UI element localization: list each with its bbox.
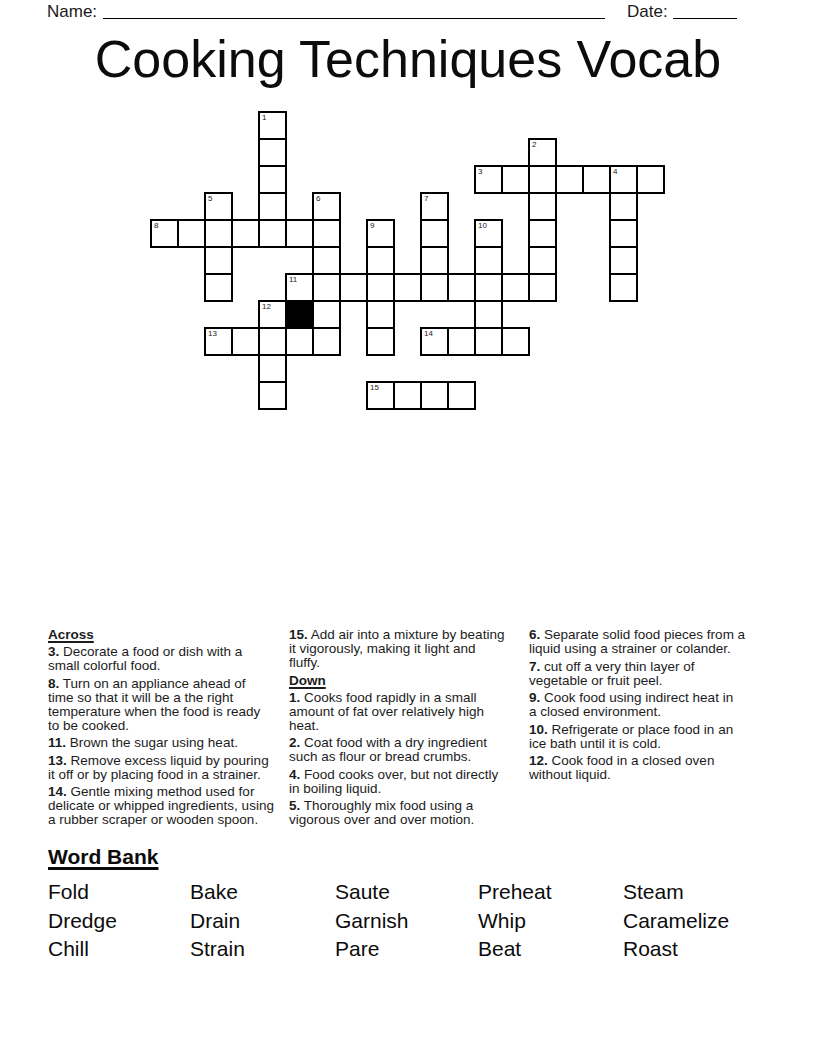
word-bank-word-drain: Drain xyxy=(190,907,335,936)
word-bank-word-preheat: Preheat xyxy=(478,878,623,907)
grid-cell[interactable] xyxy=(258,381,287,410)
grid-cell[interactable] xyxy=(609,219,638,248)
grid-cell[interactable]: 8 xyxy=(150,219,179,248)
clue-10: 10. Refrigerate or place food in an ice … xyxy=(529,723,765,751)
clue-text: Coat food with a dry ingredient such as … xyxy=(289,735,487,764)
clue-6: 6. Separate solid food pieces from a liq… xyxy=(529,628,765,656)
word-bank-word-pare: Pare xyxy=(335,935,478,964)
date-label: Date: xyxy=(627,2,668,22)
word-bank-word-roast: Roast xyxy=(623,935,778,964)
grid-cell[interactable]: 7 xyxy=(420,192,449,221)
clue-text: Cook food in a closed oven without liqui… xyxy=(529,753,714,782)
clue-number-label: 4. xyxy=(289,767,300,782)
cell-number: 15 xyxy=(370,383,379,392)
grid-cell[interactable] xyxy=(258,138,287,167)
grid-cell[interactable] xyxy=(393,381,422,410)
clue-8: 8. Turn on an appliance ahead of time so… xyxy=(48,677,284,733)
clue-9: 9. Cook food using indirect heat in a cl… xyxy=(529,691,765,719)
grid-cell[interactable] xyxy=(528,165,557,194)
worksheet-page: Name: Date: Cooking Techniques Vocab 123… xyxy=(0,0,816,1056)
clue-number-label: 6. xyxy=(529,627,540,642)
word-bank-section: Word Bank FoldBakeSautePreheatSteamDredg… xyxy=(48,845,778,964)
crossword-grid: 123456789101112131415 xyxy=(150,111,665,410)
grid-cell[interactable] xyxy=(636,165,665,194)
cell-number: 4 xyxy=(613,167,617,176)
word-bank-grid: FoldBakeSautePreheatSteamDredgeDrainGarn… xyxy=(48,878,778,964)
word-bank-word-saute: Saute xyxy=(335,878,478,907)
word-bank-word-fold: Fold xyxy=(48,878,190,907)
clue-13: 13. Remove excess liquid by pouring it o… xyxy=(48,754,284,782)
clue-number-label: 10. xyxy=(529,722,548,737)
grid-cell[interactable] xyxy=(501,273,530,302)
grid-cell[interactable] xyxy=(528,246,557,275)
grid-cell[interactable] xyxy=(366,246,395,275)
clue-2: 2. Coat food with a dry ingredient such … xyxy=(289,736,525,764)
clue-text: Thoroughly mix food using a vigorous ove… xyxy=(289,798,474,827)
grid-cell[interactable]: 13 xyxy=(204,327,233,356)
grid-cell[interactable] xyxy=(258,192,287,221)
grid-cell[interactable]: 4 xyxy=(609,165,638,194)
word-bank-word-bake: Bake xyxy=(190,878,335,907)
page-title: Cooking Techniques Vocab xyxy=(0,28,816,90)
down-heading: Down xyxy=(289,674,525,688)
grid-cell[interactable] xyxy=(474,300,503,329)
grid-cell[interactable] xyxy=(366,273,395,302)
grid-cell[interactable] xyxy=(177,219,206,248)
grid-cell[interactable] xyxy=(366,300,395,329)
grid-cell[interactable] xyxy=(420,219,449,248)
grid-cell[interactable] xyxy=(474,327,503,356)
grid-cell[interactable]: 1 xyxy=(258,111,287,140)
word-bank-word-chill: Chill xyxy=(48,935,190,964)
grid-cell[interactable] xyxy=(204,273,233,302)
clue-text: cut off a very thin layer of vegetable o… xyxy=(529,659,695,688)
grid-cell[interactable] xyxy=(447,273,476,302)
word-bank-word-garnish: Garnish xyxy=(335,907,478,936)
clue-text: Decorate a food or dish with a small col… xyxy=(48,644,242,673)
clue-number-label: 8. xyxy=(48,676,59,691)
grid-cell[interactable]: 2 xyxy=(528,138,557,167)
grid-cell[interactable]: 9 xyxy=(366,219,395,248)
grid-cell[interactable] xyxy=(609,192,638,221)
clue-text: Food cooks over, but not directly in boi… xyxy=(289,767,498,796)
grid-cell[interactable]: 15 xyxy=(366,381,395,410)
word-bank-heading: Word Bank xyxy=(48,845,158,868)
word-bank-word-dredge: Dredge xyxy=(48,907,190,936)
clue-text: Gentle mixing method used for delicate o… xyxy=(48,784,274,827)
grid-cell[interactable] xyxy=(528,219,557,248)
grid-cell[interactable]: 5 xyxy=(204,192,233,221)
grid-cell[interactable] xyxy=(609,273,638,302)
grid-cell[interactable] xyxy=(501,165,530,194)
across-heading: Across xyxy=(48,628,284,642)
clue-number-label: 7. xyxy=(529,659,540,674)
clue-3: 3. Decorate a food or dish with a small … xyxy=(48,645,284,673)
cell-number: 6 xyxy=(316,194,320,203)
clue-column-2: 15. Add air into a mixture by beating it… xyxy=(289,628,525,831)
grid-cell[interactable] xyxy=(285,327,314,356)
clue-number-label: 15. xyxy=(289,627,308,642)
clue-14: 14. Gentle mixing method used for delica… xyxy=(48,785,284,827)
clue-number-label: 14. xyxy=(48,784,67,799)
clue-number-label: 3. xyxy=(48,644,59,659)
clue-1: 1. Cooks food rapidly in a small amount … xyxy=(289,691,525,733)
cell-number: 3 xyxy=(478,167,482,176)
clue-5: 5. Thoroughly mix food using a vigorous … xyxy=(289,799,525,827)
name-label: Name: xyxy=(47,2,97,22)
grid-cell[interactable]: 12 xyxy=(258,300,287,329)
cell-number: 8 xyxy=(154,221,158,230)
black-cell xyxy=(285,300,314,329)
clue-text: Cooks food rapidly in a small amount of … xyxy=(289,690,484,733)
clue-text: Remove excess liquid by pouring it off o… xyxy=(48,753,269,782)
clue-number-label: 13. xyxy=(48,753,67,768)
grid-cell[interactable] xyxy=(312,327,341,356)
grid-cell[interactable]: 14 xyxy=(420,327,449,356)
grid-cell[interactable] xyxy=(555,165,584,194)
clue-text: Cook food using indirect heat in a close… xyxy=(529,690,733,719)
clue-12: 12. Cook food in a closed oven without l… xyxy=(529,754,765,782)
grid-cell[interactable] xyxy=(285,219,314,248)
cell-number: 2 xyxy=(532,140,536,149)
clue-number-label: 9. xyxy=(529,690,540,705)
name-input-line[interactable] xyxy=(103,0,605,19)
grid-cell[interactable] xyxy=(258,165,287,194)
grid-cell[interactable] xyxy=(231,327,260,356)
grid-cell[interactable] xyxy=(258,327,287,356)
grid-cell[interactable]: 3 xyxy=(474,165,503,194)
clue-column-1: Across3. Decorate a food or dish with a … xyxy=(48,628,284,831)
clue-text: Turn on an appliance ahead of time so th… xyxy=(48,676,260,733)
cell-number: 7 xyxy=(424,194,428,203)
cell-number: 5 xyxy=(208,194,212,203)
grid-cell[interactable]: 10 xyxy=(474,219,503,248)
word-bank-word-caramelize: Caramelize xyxy=(623,907,778,936)
cell-number: 14 xyxy=(424,329,433,338)
clue-7: 7. cut off a very thin layer of vegetabl… xyxy=(529,660,765,688)
grid-cell[interactable] xyxy=(312,219,341,248)
clue-text: Separate solid food pieces from a liquid… xyxy=(529,627,745,656)
grid-cell[interactable] xyxy=(312,273,341,302)
grid-cell[interactable]: 6 xyxy=(312,192,341,221)
grid-cell[interactable] xyxy=(447,381,476,410)
grid-cell[interactable] xyxy=(204,219,233,248)
grid-cell[interactable] xyxy=(528,273,557,302)
grid-cell[interactable]: 11 xyxy=(285,273,314,302)
grid-cell[interactable] xyxy=(582,165,611,194)
clue-number-label: 2. xyxy=(289,735,300,750)
clue-text: Refrigerate or place food in an ice bath… xyxy=(529,722,733,751)
clue-column-3: 6. Separate solid food pieces from a liq… xyxy=(529,628,765,786)
word-bank-word-steam: Steam xyxy=(623,878,778,907)
grid-cell[interactable] xyxy=(474,273,503,302)
clue-11: 11. Brown the sugar using heat. xyxy=(48,736,284,750)
grid-cell[interactable] xyxy=(339,273,368,302)
grid-cell[interactable] xyxy=(204,246,233,275)
grid-cell[interactable] xyxy=(528,192,557,221)
grid-cell[interactable] xyxy=(420,381,449,410)
grid-cell[interactable] xyxy=(231,219,260,248)
grid-cell[interactable] xyxy=(474,246,503,275)
grid-cell[interactable] xyxy=(609,246,638,275)
grid-cell[interactable] xyxy=(258,354,287,383)
grid-cell[interactable] xyxy=(258,219,287,248)
grid-cell[interactable] xyxy=(420,246,449,275)
cell-number: 11 xyxy=(289,275,297,284)
cell-number: 9 xyxy=(370,221,374,230)
date-input-line[interactable] xyxy=(673,0,737,19)
clue-text: Add air into a mixture by beating it vig… xyxy=(289,627,504,670)
grid-cell[interactable] xyxy=(420,273,449,302)
word-bank-word-strain: Strain xyxy=(190,935,335,964)
clue-number-label: 12. xyxy=(529,753,548,768)
grid-cell[interactable] xyxy=(366,327,395,356)
clue-number-label: 5. xyxy=(289,798,300,813)
clue-15: 15. Add air into a mixture by beating it… xyxy=(289,628,525,670)
grid-cell[interactable] xyxy=(312,300,341,329)
grid-cell[interactable] xyxy=(393,273,422,302)
word-bank-word-beat: Beat xyxy=(478,935,623,964)
cell-number: 13 xyxy=(208,329,217,338)
cell-number: 10 xyxy=(478,221,487,230)
grid-cell[interactable] xyxy=(447,327,476,356)
cell-number: 1 xyxy=(262,113,266,122)
clue-number-label: 11. xyxy=(48,735,66,750)
word-bank-word-whip: Whip xyxy=(478,907,623,936)
clue-4: 4. Food cooks over, but not directly in … xyxy=(289,768,525,796)
clue-text: Brown the sugar using heat. xyxy=(66,735,238,750)
grid-cell[interactable] xyxy=(501,327,530,356)
grid-cell[interactable] xyxy=(312,246,341,275)
clue-number-label: 1. xyxy=(289,690,300,705)
cell-number: 12 xyxy=(262,302,271,311)
